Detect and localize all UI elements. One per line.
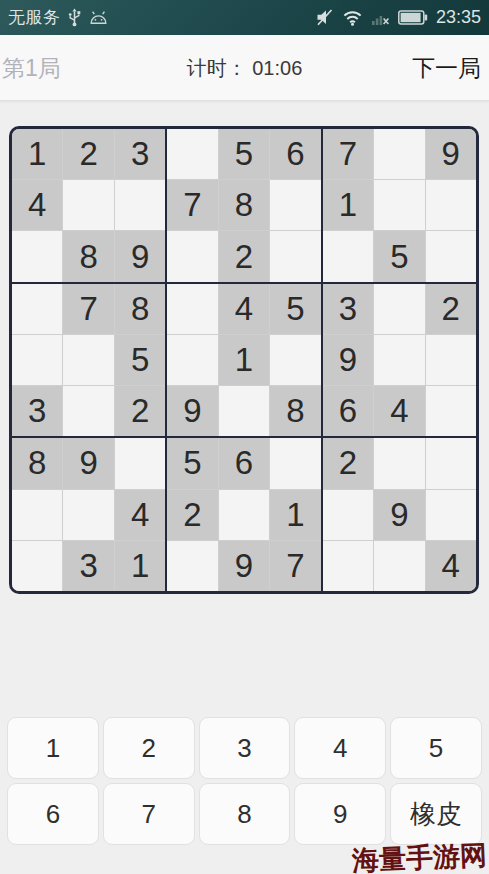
clock-label: 23:35 [436, 7, 481, 28]
cell-r6c1[interactable]: 3 [12, 386, 62, 436]
numpad-9-button[interactable]: 9 [294, 783, 386, 845]
cell-r7c1[interactable]: 8 [12, 438, 62, 488]
signal-off-icon [371, 10, 390, 26]
numpad-row-1: 12345 [7, 717, 482, 779]
battery-icon [398, 10, 428, 25]
cell-r7c9[interactable] [426, 438, 476, 488]
wifi-icon [342, 10, 363, 26]
cell-r9c5[interactable]: 9 [219, 541, 269, 591]
numpad-5-button[interactable]: 5 [390, 717, 482, 779]
usb-icon [68, 8, 81, 27]
cell-r3c5[interactable]: 2 [219, 231, 269, 281]
carrier-label: 无服务 [8, 6, 61, 29]
numpad-8-button[interactable]: 8 [199, 783, 291, 845]
cell-r6c3[interactable]: 2 [115, 386, 165, 436]
numpad-7-button[interactable]: 7 [103, 783, 195, 845]
numpad: 123456789橡皮 [0, 717, 489, 845]
android-icon [88, 10, 109, 25]
box-2-2: 45198 [167, 284, 320, 437]
cell-r5c1[interactable] [12, 335, 62, 385]
cell-r8c6[interactable]: 1 [270, 490, 320, 540]
cell-r8c5[interactable] [219, 490, 269, 540]
numpad-4-button[interactable]: 4 [294, 717, 386, 779]
cell-r8c2[interactable] [63, 490, 113, 540]
next-round-button[interactable]: 下一局 [412, 52, 481, 83]
cell-r1c6[interactable]: 6 [270, 129, 320, 179]
timer-value: 01:06 [252, 56, 302, 78]
cell-r7c5[interactable]: 6 [219, 438, 269, 488]
cell-r3c2[interactable]: 8 [63, 231, 113, 281]
box-3-1: 89431 [12, 438, 165, 591]
cell-r3c4[interactable] [167, 231, 217, 281]
cell-r7c8[interactable] [374, 438, 424, 488]
cell-r7c2[interactable]: 9 [63, 438, 113, 488]
cell-r3c3[interactable]: 9 [115, 231, 165, 281]
cell-r4c4[interactable] [167, 284, 217, 334]
cell-r3c7[interactable] [323, 231, 373, 281]
cell-r9c4[interactable] [167, 541, 217, 591]
box-3-2: 562197 [167, 438, 320, 591]
cell-r8c7[interactable] [323, 490, 373, 540]
cell-r8c8[interactable]: 9 [374, 490, 424, 540]
cell-r5c9[interactable] [426, 335, 476, 385]
cell-r1c5[interactable]: 5 [219, 129, 269, 179]
cell-r9c2[interactable]: 3 [63, 541, 113, 591]
cell-r9c9[interactable]: 4 [426, 541, 476, 591]
cell-r4c7[interactable]: 3 [323, 284, 373, 334]
cell-r1c2[interactable]: 2 [63, 129, 113, 179]
sudoku-board: 1234895678279157853245198329648943156219… [9, 126, 479, 594]
cell-r3c6[interactable] [270, 231, 320, 281]
numpad-2-button[interactable]: 2 [103, 717, 195, 779]
cell-r5c8[interactable] [374, 335, 424, 385]
cell-r5c3[interactable]: 5 [115, 335, 165, 385]
cell-r5c5[interactable]: 1 [219, 335, 269, 385]
cell-r4c3[interactable]: 8 [115, 284, 165, 334]
box-1-3: 7915 [323, 129, 476, 282]
watermark: 海量手游网 [351, 837, 487, 874]
cell-r7c6[interactable] [270, 438, 320, 488]
cell-r4c6[interactable]: 5 [270, 284, 320, 334]
cell-r7c7[interactable]: 2 [323, 438, 373, 488]
cell-r9c1[interactable] [12, 541, 62, 591]
cell-r8c9[interactable] [426, 490, 476, 540]
cell-r6c6[interactable]: 8 [270, 386, 320, 436]
cell-r1c7[interactable]: 7 [323, 129, 373, 179]
cell-r1c9[interactable]: 9 [426, 129, 476, 179]
cell-r6c8[interactable]: 4 [374, 386, 424, 436]
cell-r9c7[interactable] [323, 541, 373, 591]
numpad-1-button[interactable]: 1 [7, 717, 99, 779]
cell-r8c3[interactable]: 4 [115, 490, 165, 540]
cell-r2c7[interactable]: 1 [323, 180, 373, 230]
cell-r1c3[interactable]: 3 [115, 129, 165, 179]
cell-r2c6[interactable] [270, 180, 320, 230]
cell-r1c4[interactable] [167, 129, 217, 179]
cell-r2c8[interactable] [374, 180, 424, 230]
numpad-3-button[interactable]: 3 [199, 717, 291, 779]
status-bar: 无服务 [0, 0, 489, 35]
cell-r1c1[interactable]: 1 [12, 129, 62, 179]
cell-r8c4[interactable]: 2 [167, 490, 217, 540]
cell-r2c2[interactable] [63, 180, 113, 230]
cell-r4c9[interactable]: 2 [426, 284, 476, 334]
cell-r6c5[interactable] [219, 386, 269, 436]
cell-r2c1[interactable]: 4 [12, 180, 62, 230]
cell-r4c5[interactable]: 4 [219, 284, 269, 334]
box-1-1: 123489 [12, 129, 165, 282]
timer-label: 计时： [187, 56, 247, 78]
cell-r6c9[interactable] [426, 386, 476, 436]
box-2-1: 78532 [12, 284, 165, 437]
cell-r5c7[interactable]: 9 [323, 335, 373, 385]
cell-r9c3[interactable]: 1 [115, 541, 165, 591]
cell-r7c4[interactable]: 5 [167, 438, 217, 488]
numpad-row-2: 6789橡皮 [7, 783, 482, 845]
cell-r7c3[interactable] [115, 438, 165, 488]
cell-r9c8[interactable] [374, 541, 424, 591]
cell-r5c2[interactable] [63, 335, 113, 385]
cell-r9c6[interactable]: 7 [270, 541, 320, 591]
cell-r3c9[interactable] [426, 231, 476, 281]
cell-r8c1[interactable] [12, 490, 62, 540]
cell-r4c2[interactable]: 7 [63, 284, 113, 334]
box-3-3: 294 [323, 438, 476, 591]
cell-r1c8[interactable] [374, 129, 424, 179]
cell-r2c9[interactable] [426, 180, 476, 230]
cell-r5c6[interactable] [270, 335, 320, 385]
numpad-6-button[interactable]: 6 [7, 783, 99, 845]
numpad-eraser-button[interactable]: 橡皮 [390, 783, 482, 845]
mute-icon [316, 9, 334, 26]
box-2-3: 32964 [323, 284, 476, 437]
cell-r2c3[interactable] [115, 180, 165, 230]
cell-r2c4[interactable]: 7 [167, 180, 217, 230]
cell-r6c2[interactable] [63, 386, 113, 436]
app-header: 第1局 计时： 01:06 下一局 [0, 35, 489, 101]
cell-r4c1[interactable] [12, 284, 62, 334]
cell-r4c8[interactable] [374, 284, 424, 334]
cell-r5c4[interactable] [167, 335, 217, 385]
cell-r3c1[interactable] [12, 231, 62, 281]
cell-r6c4[interactable]: 9 [167, 386, 217, 436]
cell-r6c7[interactable]: 6 [323, 386, 373, 436]
box-1-2: 56782 [167, 129, 320, 282]
cell-r3c8[interactable]: 5 [374, 231, 424, 281]
cell-r2c5[interactable]: 8 [219, 180, 269, 230]
